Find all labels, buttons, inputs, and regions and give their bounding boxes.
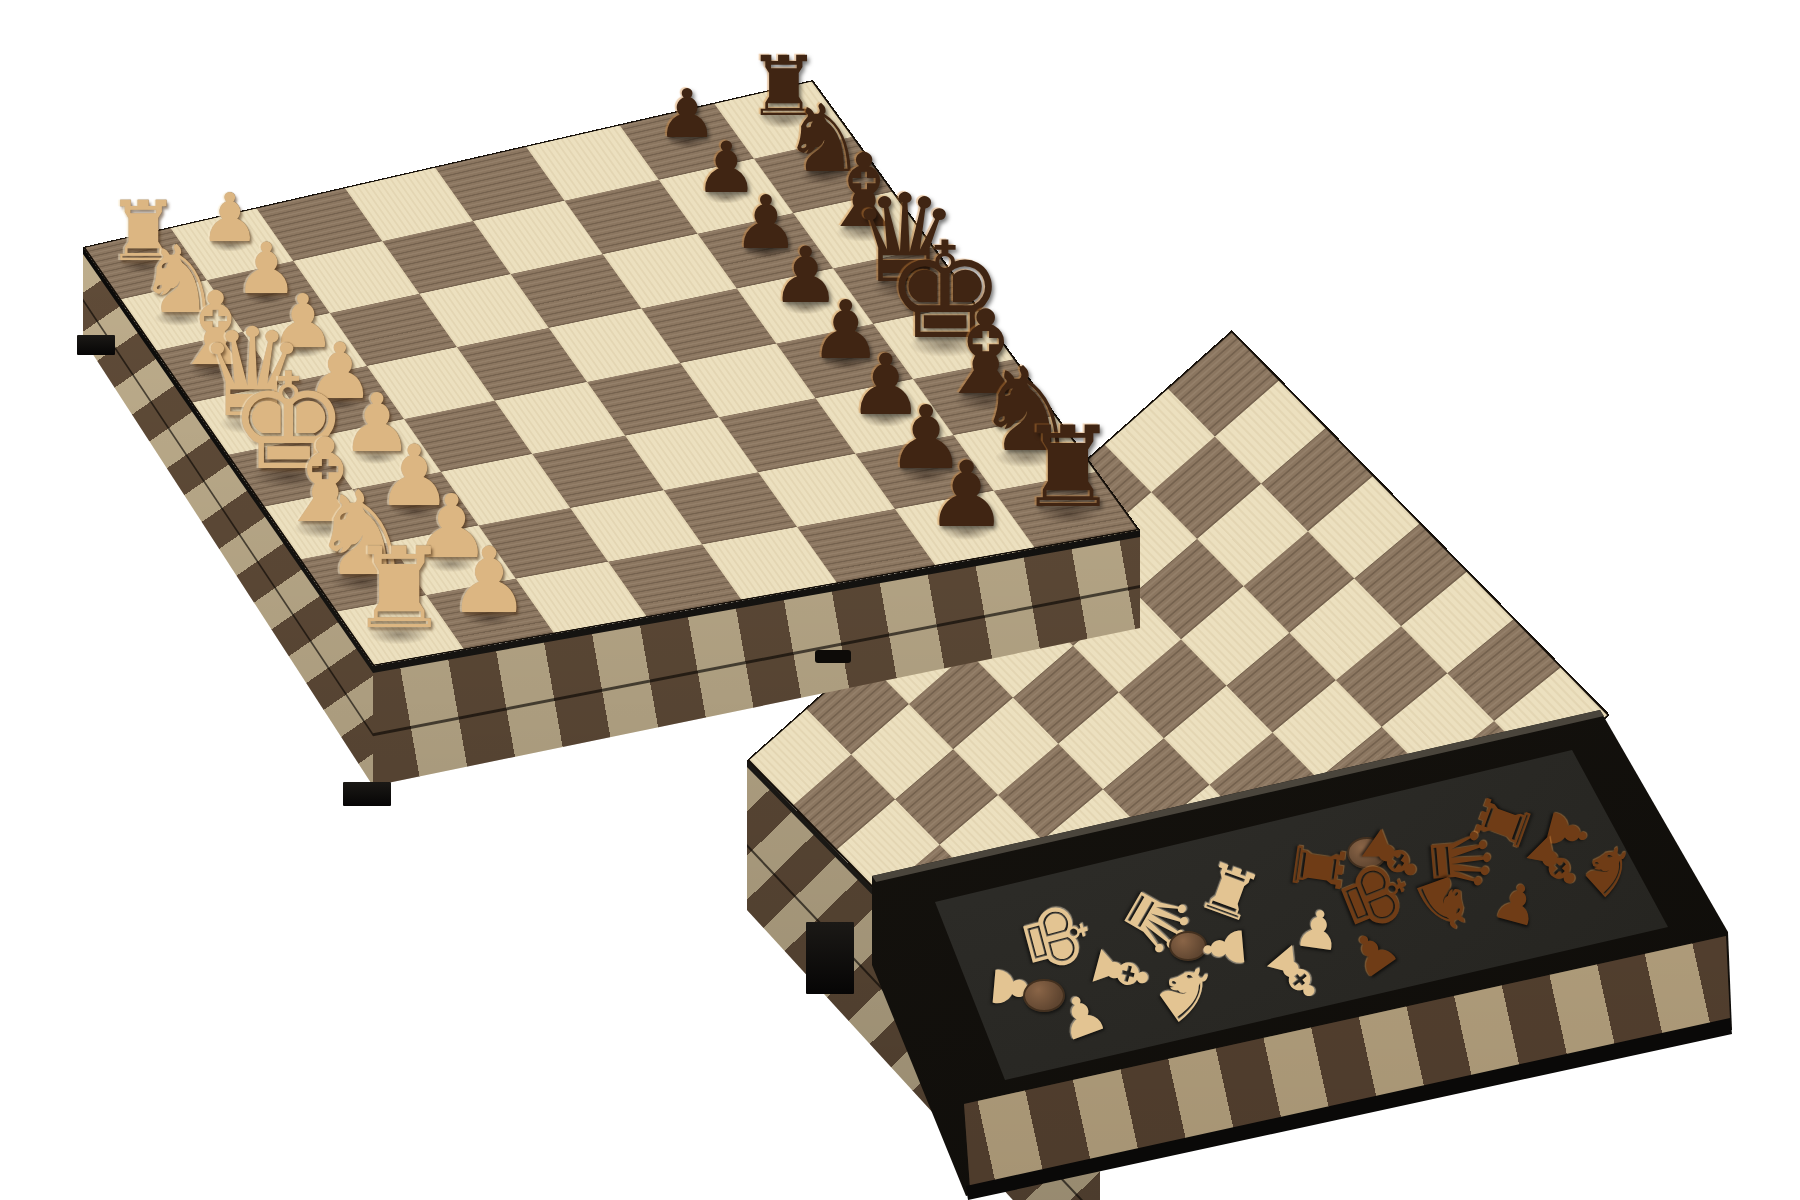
piece-shadow <box>361 622 437 647</box>
piece-shadow <box>243 462 334 491</box>
piece-shadow <box>314 395 367 412</box>
piece-shadow <box>936 522 998 542</box>
piece-shadow <box>829 221 898 243</box>
scene: { "game": "chess", "scene": "Two wooden … <box>0 0 1800 1200</box>
piece-shadow <box>987 445 1066 471</box>
piece-shadow <box>741 244 791 260</box>
piece-shadow <box>792 166 856 187</box>
piece-shadow <box>857 410 914 429</box>
piece-shadow <box>818 355 873 373</box>
piece-shadow <box>756 112 812 130</box>
piece-shadow <box>286 516 365 542</box>
piece-shadow <box>349 448 404 466</box>
piece-shadow <box>702 190 750 206</box>
piece-shadow <box>278 343 328 359</box>
piece-shadow <box>1030 502 1106 527</box>
piece-shadow <box>664 135 710 150</box>
piece-shadow <box>863 275 946 302</box>
piece-shadow <box>322 569 401 595</box>
piece-shadow <box>115 257 171 275</box>
piece-shadow <box>946 388 1025 414</box>
piece-shadow <box>900 330 991 359</box>
piece-shadow <box>896 466 956 485</box>
piece-shadow <box>207 238 253 253</box>
piece-shadow <box>779 299 832 316</box>
piece-shadow <box>181 359 250 381</box>
piece-shadow <box>386 501 443 520</box>
piece-shadow <box>422 554 482 573</box>
main-board-pieces-layer: ♜♞♝♛♚♝♞♜♟♟♟♟♟♟♟♟♟♟♟♟♟♟♟♟♜♞♝♛♚♝♞♜ <box>0 0 1800 1200</box>
piece-shadow <box>458 608 520 628</box>
piece-shadow <box>242 290 290 306</box>
piece-shadow <box>148 308 212 329</box>
piece-shadow <box>211 410 294 437</box>
